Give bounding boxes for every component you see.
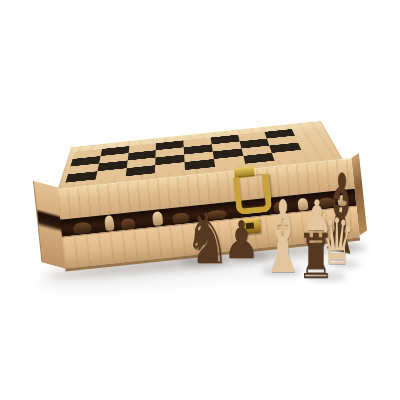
stored-piece <box>104 215 115 231</box>
stored-piece <box>73 222 92 235</box>
piece-dark-pawn: ♟ <box>223 214 259 266</box>
piece-dark-rook: ♜ <box>297 226 335 288</box>
stored-piece <box>152 211 163 226</box>
product-photo: ♞ ♟ ♝ ♟ ♝ ♛ ♜ <box>0 0 400 400</box>
